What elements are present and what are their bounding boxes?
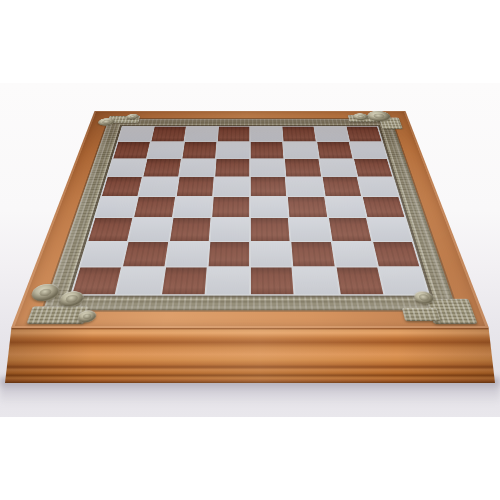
square-d5 (214, 177, 250, 196)
ornament-plate (402, 308, 441, 321)
ornament-scroll-icon (413, 291, 436, 304)
wood-case-front-moulding (5, 328, 495, 383)
square-f4 (288, 197, 327, 217)
square-c6 (179, 159, 215, 176)
square-g1 (336, 267, 383, 294)
ornament-scroll-icon (77, 310, 98, 322)
square-a7 (113, 142, 150, 158)
square-g2 (332, 242, 377, 267)
square-e8 (251, 127, 283, 142)
square-g6 (319, 159, 356, 176)
square-g5 (322, 177, 361, 196)
ornament-scroll-icon (29, 284, 61, 301)
square-f7 (284, 142, 318, 158)
square-d4 (212, 197, 249, 217)
square-h3 (368, 218, 412, 240)
square-b4 (134, 197, 174, 217)
square-g3 (329, 218, 371, 240)
square-c5 (176, 177, 213, 196)
square-d2 (208, 242, 249, 267)
square-f8 (283, 127, 316, 142)
square-d8 (218, 127, 250, 142)
square-h6 (354, 159, 392, 176)
chess-board (70, 126, 430, 296)
ornament-scroll-icon (97, 118, 116, 125)
square-d7 (216, 142, 249, 158)
square-b1 (117, 267, 164, 294)
square-c3 (170, 218, 211, 240)
square-b7 (148, 142, 183, 158)
square-h4 (363, 197, 405, 217)
square-a6 (108, 159, 146, 176)
square-a2 (81, 242, 127, 267)
square-d6 (215, 159, 249, 176)
square-b5 (139, 177, 178, 196)
square-b2 (123, 242, 168, 267)
square-b6 (144, 159, 181, 176)
square-f1 (294, 267, 339, 294)
ornament-acanthus-icon (58, 291, 85, 306)
square-f6 (285, 159, 321, 176)
square-g8 (315, 127, 349, 142)
square-a3 (88, 218, 132, 240)
photo-of-chess-board (0, 0, 500, 500)
square-e4 (251, 197, 288, 217)
square-g4 (325, 197, 365, 217)
pewter-corner-ornament-bottom-left (18, 284, 110, 327)
square-d3 (210, 218, 249, 240)
square-e5 (251, 177, 287, 196)
square-e7 (251, 142, 284, 158)
square-e3 (251, 218, 290, 240)
square-e6 (251, 159, 285, 176)
square-f3 (290, 218, 331, 240)
board-assembly (11, 111, 489, 328)
square-f5 (287, 177, 324, 196)
square-b8 (152, 127, 186, 142)
square-b3 (129, 218, 171, 240)
square-a4 (96, 197, 138, 217)
square-c4 (173, 197, 212, 217)
square-c7 (182, 142, 216, 158)
pewter-corner-ornament-bottom-right (396, 286, 482, 325)
square-h5 (358, 177, 398, 196)
square-e2 (251, 242, 292, 267)
square-c1 (162, 267, 207, 294)
pewter-corner-ornament-top-left (96, 114, 149, 129)
square-e1 (251, 267, 294, 294)
square-h2 (373, 242, 419, 267)
square-a5 (102, 177, 142, 196)
pewter-corner-ornament-top-right (347, 111, 410, 130)
square-d1 (206, 267, 249, 294)
square-c8 (185, 127, 218, 142)
square-c2 (166, 242, 209, 267)
square-g7 (317, 142, 352, 158)
square-h7 (350, 142, 387, 158)
square-f2 (292, 242, 335, 267)
